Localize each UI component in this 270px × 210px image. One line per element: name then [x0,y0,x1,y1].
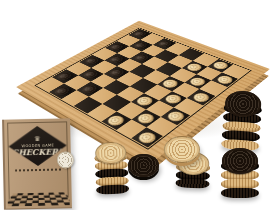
board-square [130,78,157,93]
checker-piece-natural [134,95,155,107]
board-square [187,89,215,105]
product-photo: ♛ WOODEN GAME CHECKERS [0,0,270,210]
board-square [146,117,176,136]
crown-icon: ♛ [34,135,40,141]
board-square [130,93,158,109]
stack-left [94,141,130,195]
stack-right-bottom [221,148,259,198]
product-box: ♛ WOODEN GAME CHECKERS [2,118,72,209]
board-square [103,80,130,95]
board-square [49,84,76,99]
board-square [144,84,172,100]
loose-checker-black [221,188,259,198]
checkers-board-scene [53,0,233,168]
box-title: CHECKERS [12,147,64,157]
checker-top-face-black [128,154,159,177]
checker-piece-natural [160,78,180,89]
board-square [157,76,184,91]
checker-piece-natural [187,76,207,87]
board-square [161,107,191,125]
stack-right-top [221,90,263,152]
board-square [89,88,117,104]
loose-checker-black [175,178,209,188]
board-square [211,72,238,87]
board-square [172,83,200,99]
checker-piece-natural [136,130,159,145]
board-square [116,102,145,119]
board-square [101,112,131,130]
board-square [159,91,187,107]
board-square [74,97,102,114]
checker-top-face-natural [164,136,200,163]
checker-piece-natural [135,112,157,125]
box-checkerboard-pattern [7,193,70,207]
board-square [76,82,103,97]
single-natural-flat [164,136,200,163]
board-square [145,100,174,117]
checker-piece-natural [162,93,183,105]
board-square [116,119,146,138]
board-square [102,95,130,112]
checker-piece-natural [191,91,212,103]
board-square [131,110,161,128]
loose-checker-black [96,184,129,195]
board-square [87,104,116,121]
board-square [61,90,89,106]
checker-piece-black [79,84,99,95]
checker-piece-natural [215,74,235,85]
board-square [174,98,203,115]
checker-piece-natural [164,110,186,123]
board-square [184,74,211,89]
box-checkerboard-art [7,176,70,206]
board-square [116,86,144,102]
single-black-flat [128,154,159,177]
checker-top-face-black [222,148,258,174]
board-square [132,128,163,148]
board-square [199,81,227,97]
checker-piece-black [52,85,72,96]
checker-piece-natural [105,114,127,128]
box-fine-print [15,168,61,171]
box-brand-line: WOODEN GAME [21,142,54,147]
